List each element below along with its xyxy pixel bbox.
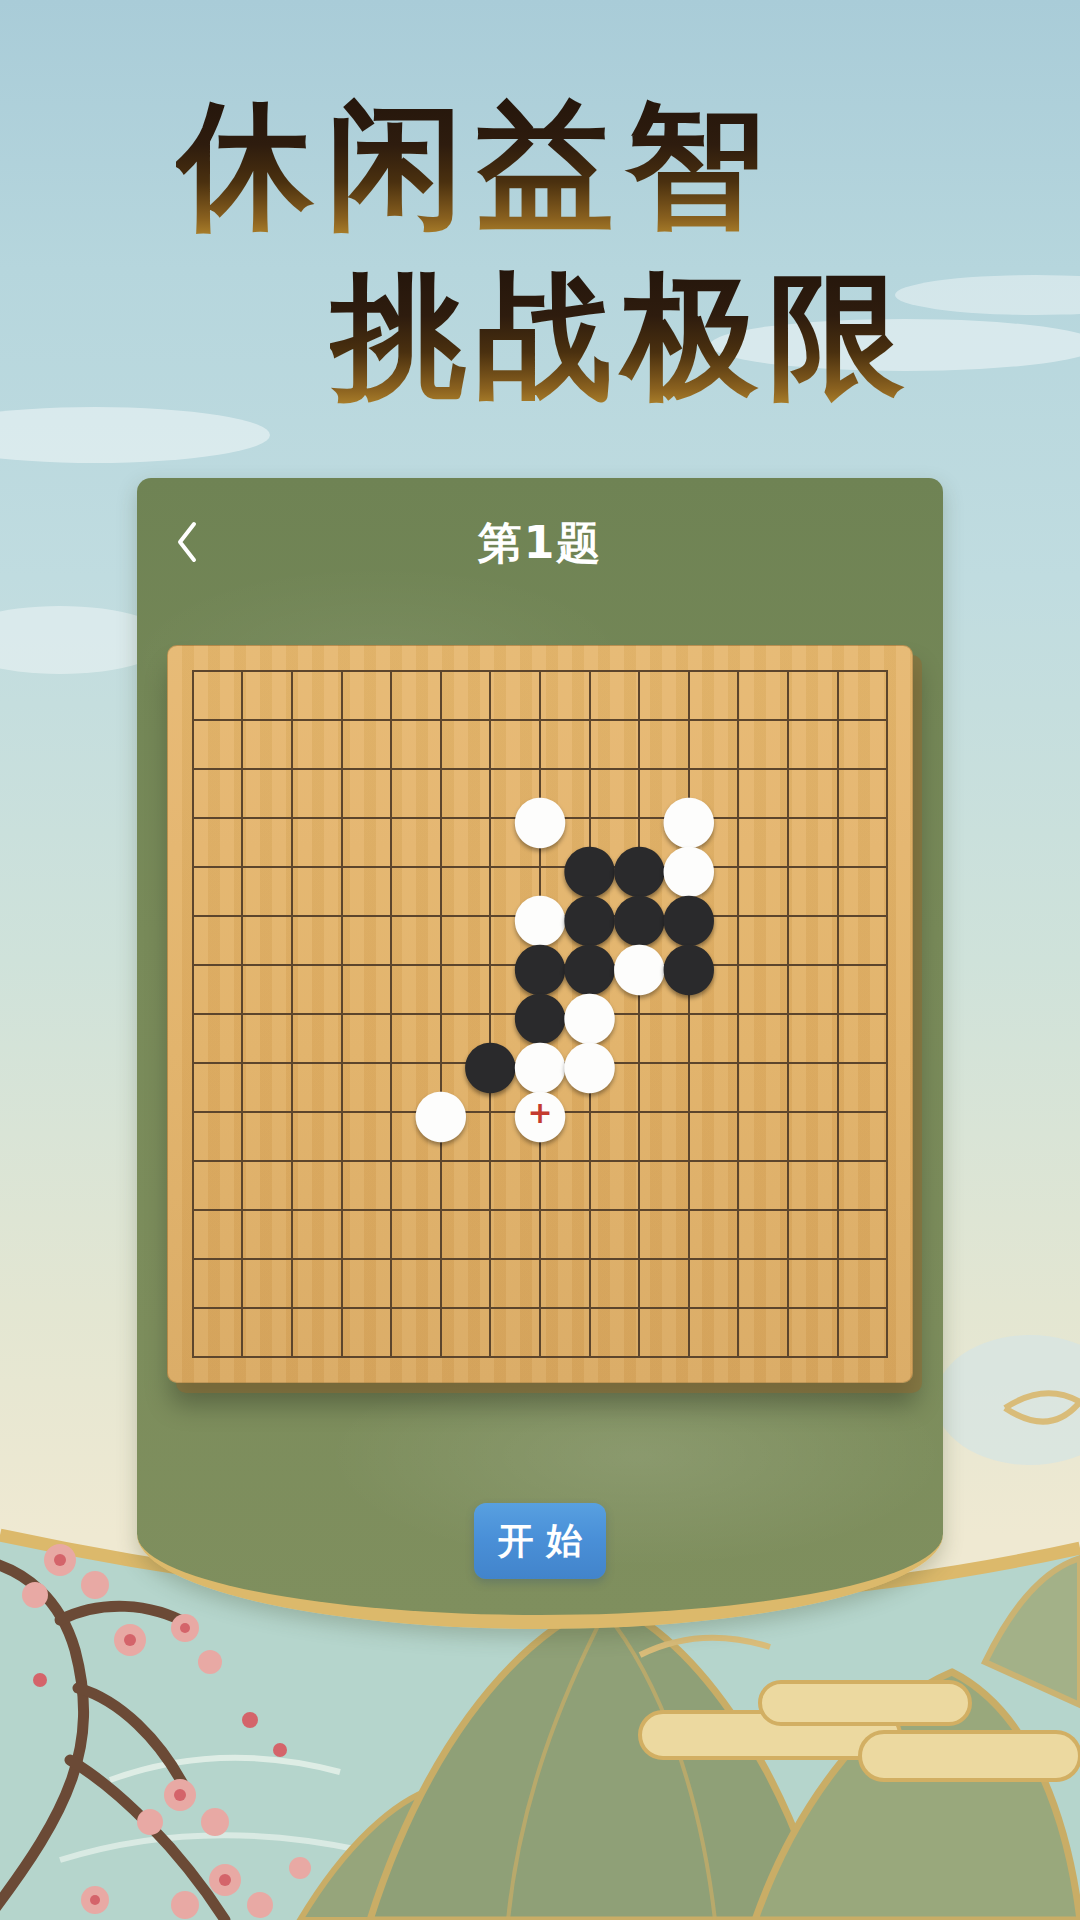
intersection[interactable]: ● [565, 1039, 615, 1088]
intersection[interactable] [218, 940, 268, 989]
intersection[interactable] [714, 989, 764, 1038]
intersection[interactable] [366, 989, 416, 1038]
intersection[interactable] [218, 1235, 268, 1284]
intersection[interactable] [664, 695, 714, 744]
board-grid: ●●●●●●●●●●●●●●●●●●●●+ [168, 646, 912, 1382]
white-stone: ● [565, 1039, 615, 1088]
intersection[interactable] [763, 1039, 813, 1088]
intersection[interactable] [466, 891, 516, 940]
intersection[interactable] [565, 1088, 615, 1137]
intersection[interactable] [218, 891, 268, 940]
intersection[interactable] [317, 793, 367, 842]
intersection[interactable] [763, 891, 813, 940]
black-stone: ● [614, 891, 664, 940]
intersection[interactable] [168, 989, 218, 1038]
intersection[interactable] [218, 842, 268, 891]
intersection[interactable] [366, 1137, 416, 1186]
intersection[interactable] [565, 1235, 615, 1284]
intersection[interactable] [813, 1088, 863, 1137]
intersection[interactable] [714, 744, 764, 793]
intersection[interactable] [614, 1333, 664, 1382]
intersection[interactable] [763, 1284, 813, 1333]
intersection[interactable] [763, 744, 813, 793]
intersection[interactable] [466, 1333, 516, 1382]
intersection[interactable] [218, 695, 268, 744]
start-button[interactable]: 开 始 [474, 1503, 606, 1579]
cloud-shape [0, 407, 270, 463]
intersection[interactable] [366, 891, 416, 940]
intersection[interactable] [466, 695, 516, 744]
intersection[interactable] [714, 695, 764, 744]
intersection[interactable] [317, 891, 367, 940]
intersection[interactable] [664, 1088, 714, 1137]
intersection[interactable] [714, 646, 764, 695]
panel-header: 第1题 [137, 478, 943, 608]
black-stone: ● [614, 842, 664, 891]
intersection[interactable] [168, 1039, 218, 1088]
intersection[interactable] [267, 695, 317, 744]
intersection[interactable] [416, 891, 466, 940]
intersection[interactable] [813, 793, 863, 842]
intersection[interactable]: ● [664, 891, 714, 940]
intersection[interactable]: ● [515, 989, 565, 1038]
intersection[interactable] [813, 1186, 863, 1235]
intersection[interactable] [168, 1186, 218, 1235]
intersection[interactable] [366, 1088, 416, 1137]
intersection[interactable] [614, 1284, 664, 1333]
intersection[interactable] [664, 646, 714, 695]
intersection[interactable] [416, 842, 466, 891]
intersection[interactable] [763, 1235, 813, 1284]
intersection[interactable] [763, 793, 813, 842]
intersection[interactable]: ● [416, 1088, 466, 1137]
intersection[interactable] [714, 891, 764, 940]
intersection[interactable] [565, 1186, 615, 1235]
intersection[interactable] [317, 695, 367, 744]
black-stone: ● [466, 1039, 516, 1088]
white-stone: ● [565, 989, 615, 1038]
intersection[interactable] [565, 1137, 615, 1186]
intersection[interactable] [614, 1088, 664, 1137]
intersection[interactable] [168, 842, 218, 891]
intersection[interactable] [168, 891, 218, 940]
intersection[interactable] [813, 1039, 863, 1088]
intersection[interactable] [218, 1333, 268, 1382]
white-stone: ● [515, 1088, 565, 1137]
intersection[interactable] [862, 989, 912, 1038]
intersection[interactable] [862, 793, 912, 842]
intersection[interactable] [168, 1333, 218, 1382]
intersection[interactable] [614, 1137, 664, 1186]
intersection[interactable] [267, 744, 317, 793]
intersection[interactable] [366, 744, 416, 793]
intersection[interactable] [565, 646, 615, 695]
intersection[interactable] [267, 1137, 317, 1186]
intersection[interactable] [218, 1088, 268, 1137]
intersection[interactable] [763, 842, 813, 891]
intersection[interactable]: ● [614, 891, 664, 940]
intersection[interactable] [714, 1333, 764, 1382]
intersection[interactable] [664, 1039, 714, 1088]
intersection[interactable] [515, 744, 565, 793]
intersection[interactable] [218, 744, 268, 793]
intersection[interactable] [614, 695, 664, 744]
intersection[interactable] [763, 989, 813, 1038]
intersection[interactable] [813, 744, 863, 793]
intersection[interactable] [168, 1235, 218, 1284]
intersection[interactable] [813, 1235, 863, 1284]
intersection[interactable] [862, 1137, 912, 1186]
intersection[interactable] [218, 989, 268, 1038]
intersection[interactable] [515, 1284, 565, 1333]
intersection[interactable] [862, 646, 912, 695]
intersection[interactable] [515, 1333, 565, 1382]
intersection[interactable] [813, 695, 863, 744]
intersection[interactable] [218, 1284, 268, 1333]
intersection[interactable] [714, 1284, 764, 1333]
intersection[interactable] [218, 793, 268, 842]
intersection[interactable]: ●+ [515, 1088, 565, 1137]
intersection[interactable] [168, 940, 218, 989]
intersection[interactable] [614, 744, 664, 793]
intersection[interactable] [664, 744, 714, 793]
intersection[interactable] [366, 695, 416, 744]
intersection[interactable] [218, 1039, 268, 1088]
white-stone: ● [515, 793, 565, 842]
intersection[interactable] [366, 940, 416, 989]
intersection[interactable]: ● [565, 940, 615, 989]
black-stone: ● [565, 940, 615, 989]
intersection[interactable] [813, 1137, 863, 1186]
intersection[interactable] [366, 1235, 416, 1284]
intersection[interactable] [267, 793, 317, 842]
intersection[interactable] [664, 1137, 714, 1186]
intersection[interactable]: ● [466, 1039, 516, 1088]
intersection[interactable] [763, 646, 813, 695]
app-screen: 休闲益智 挑战极限 第1题 ●●●●●●●●●●●●●●●●●●●●+ 开 始 [0, 0, 1080, 1920]
intersection[interactable] [317, 1039, 367, 1088]
intersection[interactable] [862, 1284, 912, 1333]
intersection[interactable] [763, 695, 813, 744]
black-stone: ● [565, 842, 615, 891]
intersection[interactable] [515, 1235, 565, 1284]
intersection[interactable] [366, 1284, 416, 1333]
intersection[interactable] [267, 1088, 317, 1137]
intersection[interactable] [267, 1333, 317, 1382]
intersection[interactable] [813, 891, 863, 940]
puzzle-panel: 第1题 ●●●●●●●●●●●●●●●●●●●●+ 开 始 [137, 478, 943, 1629]
intersection[interactable] [416, 695, 466, 744]
intersection[interactable]: ● [614, 842, 664, 891]
hero-title-line1: 休闲益智 [176, 74, 776, 260]
white-stone: ● [614, 940, 664, 989]
intersection[interactable] [317, 989, 367, 1038]
intersection[interactable]: ● [515, 1039, 565, 1088]
intersection[interactable] [614, 793, 664, 842]
intersection[interactable] [366, 793, 416, 842]
white-stone: ● [515, 891, 565, 940]
intersection[interactable] [267, 646, 317, 695]
intersection[interactable] [466, 646, 516, 695]
intersection[interactable] [614, 1235, 664, 1284]
intersection[interactable] [714, 1137, 764, 1186]
intersection[interactable] [813, 1284, 863, 1333]
intersection[interactable] [714, 793, 764, 842]
intersection[interactable] [813, 646, 863, 695]
intersection[interactable] [317, 1333, 367, 1382]
intersection[interactable] [763, 1333, 813, 1382]
white-stone: ● [664, 842, 714, 891]
intersection[interactable] [862, 1039, 912, 1088]
intersection[interactable] [416, 1333, 466, 1382]
intersection[interactable] [366, 1186, 416, 1235]
white-stone: ● [416, 1088, 466, 1137]
intersection[interactable] [317, 646, 367, 695]
intersection[interactable] [813, 842, 863, 891]
intersection[interactable] [317, 842, 367, 891]
intersection[interactable] [168, 1137, 218, 1186]
intersection[interactable] [267, 1284, 317, 1333]
cloud-shape [935, 1335, 1080, 1465]
intersection[interactable]: ● [664, 940, 714, 989]
intersection[interactable] [515, 695, 565, 744]
intersection[interactable]: ● [515, 940, 565, 989]
intersection[interactable] [565, 695, 615, 744]
intersection[interactable] [267, 1235, 317, 1284]
intersection[interactable] [565, 744, 615, 793]
intersection[interactable] [763, 1088, 813, 1137]
intersection[interactable] [366, 1039, 416, 1088]
intersection[interactable] [366, 1333, 416, 1382]
intersection[interactable] [168, 646, 218, 695]
intersection[interactable] [862, 940, 912, 989]
intersection[interactable] [267, 842, 317, 891]
intersection[interactable] [466, 1186, 516, 1235]
intersection[interactable] [763, 1186, 813, 1235]
intersection[interactable] [218, 646, 268, 695]
intersection[interactable] [862, 1088, 912, 1137]
intersection[interactable] [466, 940, 516, 989]
intersection[interactable] [813, 940, 863, 989]
intersection[interactable] [366, 842, 416, 891]
intersection[interactable]: ● [614, 940, 664, 989]
intersection[interactable] [714, 1088, 764, 1137]
intersection[interactable] [466, 793, 516, 842]
intersection[interactable] [168, 1088, 218, 1137]
intersection[interactable] [614, 989, 664, 1038]
intersection[interactable] [714, 1235, 764, 1284]
intersection[interactable] [763, 1137, 813, 1186]
intersection[interactable] [862, 1186, 912, 1235]
intersection[interactable] [862, 1333, 912, 1382]
intersection[interactable] [862, 695, 912, 744]
intersection[interactable] [664, 1186, 714, 1235]
intersection[interactable] [714, 1186, 764, 1235]
intersection[interactable] [664, 1333, 714, 1382]
intersection[interactable] [317, 940, 367, 989]
intersection[interactable] [267, 1039, 317, 1088]
intersection[interactable] [614, 1186, 664, 1235]
intersection[interactable] [416, 989, 466, 1038]
intersection[interactable] [515, 1137, 565, 1186]
intersection[interactable] [515, 646, 565, 695]
black-stone: ● [664, 891, 714, 940]
white-stone: ● [515, 1039, 565, 1088]
intersection[interactable] [515, 1186, 565, 1235]
intersection[interactable] [714, 940, 764, 989]
intersection[interactable] [862, 744, 912, 793]
intersection[interactable] [317, 1235, 367, 1284]
white-stone: ● [664, 793, 714, 842]
intersection[interactable]: ● [664, 793, 714, 842]
intersection[interactable] [763, 940, 813, 989]
intersection[interactable] [267, 989, 317, 1038]
intersection[interactable] [862, 842, 912, 891]
intersection[interactable] [416, 940, 466, 989]
intersection[interactable] [416, 646, 466, 695]
intersection[interactable] [317, 1088, 367, 1137]
puzzle-number-title: 第1题 [137, 514, 943, 573]
intersection[interactable] [862, 1235, 912, 1284]
last-move-marker: + [515, 1088, 565, 1137]
intersection[interactable] [218, 1186, 268, 1235]
intersection[interactable] [317, 744, 367, 793]
intersection[interactable] [466, 744, 516, 793]
intersection[interactable] [565, 793, 615, 842]
intersection[interactable] [317, 1284, 367, 1333]
hero-title-line2: 挑战极限 [330, 246, 914, 429]
intersection[interactable] [565, 1284, 615, 1333]
intersection[interactable] [267, 891, 317, 940]
intersection[interactable] [466, 1235, 516, 1284]
black-stone: ● [515, 940, 565, 989]
intersection[interactable] [466, 1137, 516, 1186]
intersection[interactable] [813, 1333, 863, 1382]
intersection[interactable]: ● [664, 842, 714, 891]
intersection[interactable] [168, 744, 218, 793]
intersection[interactable] [466, 1284, 516, 1333]
intersection[interactable] [416, 1235, 466, 1284]
intersection[interactable] [664, 989, 714, 1038]
intersection[interactable] [416, 1186, 466, 1235]
intersection[interactable] [416, 1039, 466, 1088]
intersection[interactable] [218, 1137, 268, 1186]
intersection[interactable] [466, 989, 516, 1038]
intersection[interactable] [664, 1235, 714, 1284]
intersection[interactable] [614, 1039, 664, 1088]
intersection[interactable] [714, 842, 764, 891]
intersection[interactable]: ● [565, 891, 615, 940]
intersection[interactable] [813, 989, 863, 1038]
intersection[interactable] [267, 1186, 317, 1235]
intersection[interactable] [168, 1284, 218, 1333]
black-stone: ● [664, 940, 714, 989]
intersection[interactable] [466, 1088, 516, 1137]
intersection[interactable] [366, 646, 416, 695]
gomoku-board: ●●●●●●●●●●●●●●●●●●●●+ [167, 645, 913, 1383]
intersection[interactable] [416, 744, 466, 793]
intersection[interactable]: ● [515, 793, 565, 842]
intersection[interactable] [416, 1137, 466, 1186]
intersection[interactable] [515, 842, 565, 891]
intersection[interactable] [614, 646, 664, 695]
intersection[interactable] [267, 940, 317, 989]
intersection[interactable] [416, 793, 466, 842]
intersection[interactable] [664, 1284, 714, 1333]
intersection[interactable]: ● [565, 842, 615, 891]
intersection[interactable] [416, 1284, 466, 1333]
black-stone: ● [565, 891, 615, 940]
intersection[interactable] [565, 1333, 615, 1382]
intersection[interactable] [862, 891, 912, 940]
intersection[interactable] [168, 695, 218, 744]
intersection[interactable] [168, 793, 218, 842]
intersection[interactable] [317, 1186, 367, 1235]
cloud-shape [895, 275, 1080, 315]
intersection[interactable] [466, 842, 516, 891]
intersection[interactable] [714, 1039, 764, 1088]
black-stone: ● [515, 989, 565, 1038]
intersection[interactable]: ● [565, 989, 615, 1038]
intersection[interactable]: ● [515, 891, 565, 940]
intersection[interactable] [317, 1137, 367, 1186]
